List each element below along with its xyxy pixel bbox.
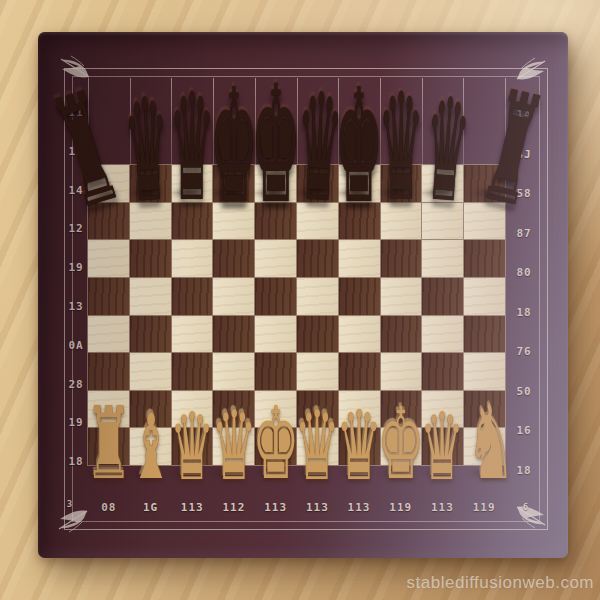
coordinate-label: 80 xyxy=(516,266,531,279)
piece-white-rook[interactable]: ♜ xyxy=(85,395,132,494)
board-square[interactable] xyxy=(464,316,505,353)
board-square[interactable] xyxy=(339,278,380,315)
board-square[interactable] xyxy=(381,316,422,353)
board-square[interactable] xyxy=(172,278,213,315)
coordinate-label: 119 xyxy=(389,501,412,514)
piece-white-bishop[interactable]: ♝ xyxy=(129,402,172,492)
piece-white-knight[interactable]: ♞ xyxy=(467,392,516,494)
coordinate-label: 13 xyxy=(68,300,83,313)
board-square[interactable] xyxy=(213,278,254,315)
board-square[interactable] xyxy=(339,240,380,277)
piece-white-king[interactable]: ♚ xyxy=(377,395,424,494)
board-square[interactable] xyxy=(339,316,380,353)
piece-white-queen[interactable]: ♛ xyxy=(170,400,214,493)
coordinate-label: 113 xyxy=(181,501,204,514)
coordinate-label: 16 xyxy=(516,424,531,437)
board-square[interactable] xyxy=(297,353,338,390)
piece-black-queen[interactable]: ♛ xyxy=(169,75,215,224)
coordinate-label: 119 xyxy=(473,501,496,514)
piece-black-rook[interactable]: ♜ xyxy=(472,70,553,230)
board-square[interactable] xyxy=(464,278,505,315)
board-square[interactable] xyxy=(130,240,171,277)
piece-white-queen[interactable]: ♛ xyxy=(420,400,464,493)
coordinate-label: 28 xyxy=(68,377,83,390)
leaf-ornament-icon xyxy=(514,504,550,532)
coordinate-label: 112 xyxy=(223,501,246,514)
coordinate-label: 19 xyxy=(68,261,83,274)
board-square[interactable] xyxy=(130,353,171,390)
coordinate-label: 18 xyxy=(68,455,83,468)
board-square[interactable] xyxy=(297,278,338,315)
board-square[interactable] xyxy=(381,240,422,277)
board-square[interactable] xyxy=(381,278,422,315)
coordinate-label: 19 xyxy=(68,416,83,429)
chess-board: 1119141219130A281918144J5887801876501618… xyxy=(38,32,568,558)
piece-white-king[interactable]: ♚ xyxy=(252,395,299,494)
board-square[interactable] xyxy=(213,240,254,277)
coordinate-label: 113 xyxy=(306,501,329,514)
board-square[interactable] xyxy=(88,316,129,353)
board-square[interactable] xyxy=(255,316,296,353)
board-square[interactable] xyxy=(88,240,129,277)
piece-black-rook[interactable]: ♜ xyxy=(41,71,131,231)
board-square[interactable] xyxy=(172,316,213,353)
coordinate-label: 113 xyxy=(264,501,287,514)
board-square[interactable] xyxy=(255,278,296,315)
piece-white-queen[interactable]: ♛ xyxy=(294,397,340,493)
board-square[interactable] xyxy=(88,278,129,315)
piece-white-queen[interactable]: ♛ xyxy=(336,397,382,493)
board-square[interactable] xyxy=(422,278,463,315)
coordinate-label: 1G xyxy=(143,501,158,514)
piece-black-queen[interactable]: ♛ xyxy=(378,75,424,224)
board-square[interactable] xyxy=(172,353,213,390)
board-square[interactable] xyxy=(464,240,505,277)
coordinate-label: 50 xyxy=(516,384,531,397)
corner-label: 3 xyxy=(67,499,73,509)
piece-black-king[interactable]: ♚ xyxy=(335,68,384,226)
corner-label: 6 xyxy=(523,502,529,512)
board-square[interactable] xyxy=(130,278,171,315)
board-square[interactable] xyxy=(213,316,254,353)
watermark: stablediffusionweb.com xyxy=(388,573,594,593)
board-square[interactable] xyxy=(172,240,213,277)
board-square[interactable] xyxy=(422,353,463,390)
board-square[interactable] xyxy=(297,316,338,353)
coordinate-label: 113 xyxy=(431,501,454,514)
coordinate-label: 0A xyxy=(68,338,83,351)
piece-white-queen[interactable]: ♛ xyxy=(211,397,257,493)
table-surface: { "game": "chess (AI-generated photo, no… xyxy=(0,0,600,600)
board-square[interactable] xyxy=(422,316,463,353)
leaf-ornament-icon xyxy=(54,506,90,534)
board-square[interactable] xyxy=(297,240,338,277)
coordinate-label: 18 xyxy=(516,463,531,476)
coordinate-label: 18 xyxy=(516,305,531,318)
board-square[interactable] xyxy=(130,316,171,353)
coordinate-label: 113 xyxy=(348,501,371,514)
piece-black-king[interactable]: ♚ xyxy=(250,64,300,226)
board-square[interactable] xyxy=(422,240,463,277)
piece-black-queen[interactable]: ♛ xyxy=(121,80,172,224)
board-square[interactable] xyxy=(339,353,380,390)
board-square[interactable] xyxy=(213,353,254,390)
coordinate-label: 12 xyxy=(68,222,83,235)
board-square[interactable] xyxy=(255,240,296,277)
coordinate-label: 08 xyxy=(101,501,116,514)
coordinate-label: 76 xyxy=(516,345,531,358)
